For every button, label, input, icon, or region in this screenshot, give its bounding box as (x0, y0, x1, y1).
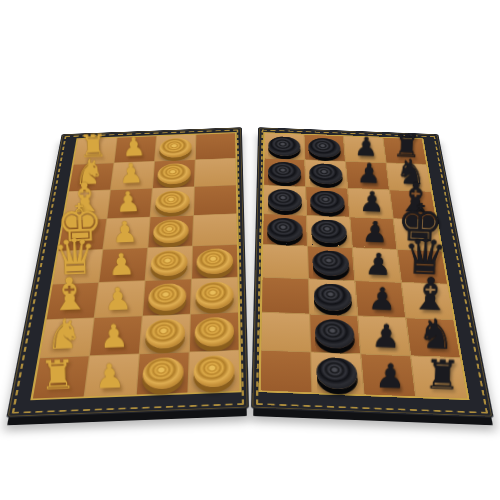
square-h2[interactable]: ♟ (114, 136, 156, 162)
black-pawn[interactable]: ♟ (354, 134, 378, 161)
square-f2[interactable]: ♟ (107, 189, 152, 219)
square-b7[interactable]: ♟ (358, 316, 410, 355)
black-rook[interactable]: ♜ (423, 355, 461, 397)
square-g4[interactable] (195, 158, 236, 186)
white-pawn[interactable]: ♟ (122, 134, 146, 161)
black-draughts-disc[interactable] (267, 217, 303, 242)
square-b2[interactable]: ♟ (90, 316, 142, 355)
black-draughts-disc[interactable] (312, 250, 350, 277)
black-draughts-disc[interactable] (310, 190, 345, 213)
square-f6[interactable] (306, 187, 349, 217)
square-a8[interactable]: ♜ (411, 356, 467, 398)
square-g7[interactable]: ♟ (346, 162, 389, 190)
black-pawn[interactable]: ♟ (371, 320, 401, 353)
white-pawn[interactable]: ♟ (118, 160, 143, 188)
square-f7[interactable]: ♟ (348, 189, 393, 219)
black-pawn[interactable]: ♟ (359, 188, 385, 217)
square-f1[interactable]: ♝ (64, 190, 110, 220)
square-e7[interactable]: ♟ (350, 217, 396, 249)
square-e5[interactable] (263, 214, 307, 246)
black-knight[interactable]: ♞ (395, 154, 427, 190)
black-pawn[interactable]: ♟ (368, 283, 397, 315)
white-draughts-disc[interactable] (150, 250, 188, 277)
square-g5[interactable] (264, 158, 305, 186)
white-draughts-disc[interactable] (195, 281, 233, 309)
white-draughts-disc[interactable] (155, 190, 190, 213)
square-b4[interactable] (190, 313, 239, 352)
white-knight[interactable]: ♞ (73, 154, 105, 190)
black-draughts-disc[interactable] (316, 357, 358, 390)
white-draughts-disc[interactable] (193, 355, 234, 388)
square-c6[interactable] (309, 279, 357, 315)
square-h3[interactable] (155, 135, 196, 161)
square-a3[interactable] (137, 352, 189, 394)
white-draughts-disc[interactable] (159, 137, 192, 158)
square-b5[interactable] (261, 313, 310, 352)
black-draughts-disc[interactable] (268, 161, 301, 183)
square-b6[interactable] (310, 314, 360, 353)
board-half-right: ♟♜♟♞♟♝♟♚♟♛♟♝♟♞♟♜ (251, 127, 494, 418)
square-e4[interactable] (193, 214, 237, 246)
square-d6[interactable] (308, 246, 354, 280)
white-draughts-disc[interactable] (194, 317, 234, 348)
square-a4[interactable] (189, 350, 240, 392)
square-g6[interactable] (305, 160, 347, 188)
black-draughts-disc[interactable] (313, 283, 352, 311)
white-draughts-disc[interactable] (157, 163, 191, 185)
black-draughts-disc[interactable] (315, 319, 356, 350)
white-draughts-disc[interactable] (196, 248, 233, 275)
square-f5[interactable] (264, 185, 306, 215)
square-c7[interactable]: ♟ (355, 281, 405, 317)
square-a7[interactable]: ♟ (361, 354, 415, 396)
board-scene: ♜♟♞♟♝♟♚♟♛♟♝♟♞♟♜♟ ♟♜♟♞♟♝♟♚♟♛♟♝♟♞♟♜ (38, 48, 462, 454)
white-rook[interactable]: ♜ (78, 130, 108, 163)
square-a2[interactable]: ♟ (85, 354, 139, 396)
black-pawn[interactable]: ♟ (356, 160, 381, 188)
square-d7[interactable]: ♟ (353, 248, 401, 282)
black-draughts-disc[interactable] (311, 219, 348, 244)
square-c2[interactable]: ♟ (95, 281, 145, 317)
white-pawn[interactable]: ♟ (94, 360, 125, 395)
black-pawn[interactable]: ♟ (362, 218, 389, 248)
square-h6[interactable] (304, 135, 345, 161)
white-knight[interactable]: ♞ (45, 313, 83, 355)
square-h4[interactable] (196, 133, 236, 159)
square-f4[interactable] (194, 185, 236, 215)
square-e3[interactable] (148, 216, 193, 248)
square-h8[interactable]: ♜ (383, 138, 426, 164)
white-pawn[interactable]: ♟ (115, 188, 141, 217)
square-e6[interactable] (307, 216, 352, 248)
white-pawn[interactable]: ♟ (103, 283, 132, 315)
square-b3[interactable] (140, 314, 190, 353)
board-grid-left: ♜♟♞♟♝♟♚♟♛♟♝♟♞♟♜♟ (33, 133, 239, 398)
square-h5[interactable] (265, 133, 305, 159)
white-pawn[interactable]: ♟ (99, 320, 129, 353)
black-pawn[interactable]: ♟ (375, 360, 406, 395)
white-pawn[interactable]: ♟ (111, 218, 138, 248)
square-e2[interactable]: ♟ (103, 217, 149, 249)
white-draughts-disc[interactable] (152, 219, 189, 244)
square-h1[interactable]: ♜ (74, 138, 117, 164)
white-bishop[interactable]: ♝ (66, 177, 104, 219)
square-h7[interactable]: ♟ (344, 136, 386, 162)
black-draughts-disc[interactable] (268, 136, 300, 157)
white-draughts-disc[interactable] (147, 283, 186, 311)
white-draughts-disc[interactable] (145, 319, 186, 350)
board-half-left: ♜♟♞♟♝♟♚♟♛♟♝♟♞♟♜♟ (6, 127, 249, 418)
square-a6[interactable] (311, 352, 363, 394)
white-draughts-disc[interactable] (142, 357, 184, 390)
white-rook[interactable]: ♜ (39, 355, 77, 397)
square-c3[interactable] (143, 279, 191, 315)
square-g8[interactable]: ♞ (387, 163, 431, 191)
black-draughts-disc[interactable] (308, 137, 341, 158)
folding-chess-board: ♜♟♞♟♝♟♚♟♛♟♝♟♞♟♜♟ ♟♜♟♞♟♝♟♚♟♛♟♝♟♞♟♜ (38, 48, 462, 454)
black-pawn[interactable]: ♟ (365, 249, 393, 280)
black-knight[interactable]: ♞ (417, 313, 455, 355)
square-d4[interactable] (192, 245, 237, 279)
square-d5[interactable] (263, 245, 308, 279)
black-rook[interactable]: ♜ (392, 130, 422, 163)
board-grid-right: ♟♜♟♞♟♝♟♚♟♛♟♝♟♞♟♜ (261, 133, 467, 398)
black-bishop[interactable]: ♝ (397, 177, 435, 219)
square-a1[interactable]: ♜ (33, 356, 89, 398)
square-d2[interactable]: ♟ (99, 248, 147, 282)
square-c4[interactable] (191, 277, 238, 313)
square-f3[interactable] (151, 187, 194, 217)
square-d3[interactable] (146, 246, 192, 280)
square-g2[interactable]: ♟ (111, 162, 154, 190)
black-draughts-disc[interactable] (268, 188, 303, 211)
white-pawn[interactable]: ♟ (108, 249, 136, 280)
square-a5[interactable] (261, 350, 312, 392)
black-draughts-disc[interactable] (309, 163, 343, 185)
square-c5[interactable] (262, 277, 309, 313)
square-g1[interactable]: ♞ (69, 163, 113, 191)
square-g3[interactable] (153, 160, 195, 188)
square-f8[interactable]: ♝ (390, 190, 436, 220)
